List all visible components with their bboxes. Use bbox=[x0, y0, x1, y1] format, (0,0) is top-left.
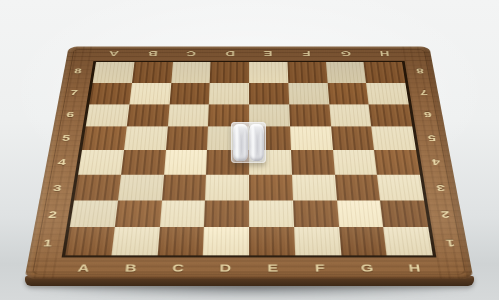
square-c4[interactable] bbox=[164, 150, 208, 175]
square-g7[interactable] bbox=[327, 83, 369, 104]
rank-label: 3 bbox=[52, 183, 62, 193]
rank-label: 7 bbox=[70, 88, 79, 96]
square-b2[interactable] bbox=[115, 200, 162, 227]
file-label: C bbox=[186, 50, 196, 58]
square-h4[interactable] bbox=[374, 150, 420, 175]
rank-label: 1 bbox=[445, 237, 456, 248]
square-c1[interactable] bbox=[157, 227, 204, 255]
square-a3[interactable] bbox=[74, 175, 121, 201]
square-d2[interactable] bbox=[204, 200, 249, 227]
square-h7[interactable] bbox=[366, 83, 408, 104]
object-left-lobe bbox=[233, 124, 248, 160]
file-label: E bbox=[264, 50, 273, 58]
square-f6[interactable] bbox=[289, 104, 331, 126]
file-labels-bottom: ABCDEFGH bbox=[24, 257, 473, 278]
square-d8[interactable] bbox=[210, 62, 249, 83]
square-d3[interactable] bbox=[205, 175, 249, 201]
rank-label: 6 bbox=[66, 110, 75, 119]
square-a2[interactable] bbox=[70, 200, 118, 227]
square-g4[interactable] bbox=[333, 150, 378, 175]
square-d1[interactable] bbox=[203, 227, 249, 255]
square-c3[interactable] bbox=[162, 175, 207, 201]
square-g5[interactable] bbox=[331, 127, 375, 150]
rank-label: 4 bbox=[57, 158, 67, 167]
square-a1[interactable] bbox=[65, 227, 114, 255]
square-b4[interactable] bbox=[121, 150, 166, 175]
file-label: D bbox=[225, 50, 235, 58]
translucent-object[interactable] bbox=[231, 122, 266, 163]
square-f2[interactable] bbox=[293, 200, 339, 227]
square-d7[interactable] bbox=[209, 83, 249, 104]
file-label: H bbox=[408, 262, 421, 273]
square-a8[interactable] bbox=[93, 62, 135, 83]
square-e2[interactable] bbox=[249, 200, 294, 227]
square-f3[interactable] bbox=[292, 175, 337, 201]
rank-label: 8 bbox=[73, 67, 82, 75]
square-h8[interactable] bbox=[364, 62, 406, 83]
square-c7[interactable] bbox=[169, 83, 210, 104]
square-b1[interactable] bbox=[111, 227, 159, 255]
square-e7[interactable] bbox=[249, 83, 289, 104]
rank-label: 1 bbox=[42, 237, 53, 248]
square-b6[interactable] bbox=[127, 104, 170, 126]
square-f8[interactable] bbox=[287, 62, 327, 83]
file-label: A bbox=[77, 262, 90, 273]
square-h5[interactable] bbox=[371, 127, 416, 150]
square-a7[interactable] bbox=[89, 83, 131, 104]
square-c2[interactable] bbox=[159, 200, 205, 227]
square-f5[interactable] bbox=[290, 127, 333, 150]
square-f1[interactable] bbox=[294, 227, 341, 255]
square-c6[interactable] bbox=[167, 104, 209, 126]
square-h1[interactable] bbox=[383, 227, 432, 255]
square-g2[interactable] bbox=[336, 200, 383, 227]
rank-label: 6 bbox=[423, 110, 432, 119]
file-label: F bbox=[303, 50, 312, 58]
square-h3[interactable] bbox=[377, 175, 424, 201]
rank-label: 2 bbox=[47, 210, 57, 220]
square-a6[interactable] bbox=[86, 104, 129, 126]
file-label: G bbox=[340, 50, 351, 58]
rank-label: 8 bbox=[416, 67, 425, 75]
file-label: F bbox=[315, 262, 326, 273]
square-f4[interactable] bbox=[291, 150, 335, 175]
file-label: B bbox=[124, 262, 137, 273]
square-b5[interactable] bbox=[124, 127, 168, 150]
photo-backdrop: 87654321 87654321 ABCDEFGH ABCDEFGH bbox=[0, 0, 499, 300]
square-g3[interactable] bbox=[334, 175, 380, 201]
square-f7[interactable] bbox=[288, 83, 329, 104]
square-e1[interactable] bbox=[249, 227, 295, 255]
rank-label: 5 bbox=[61, 133, 71, 142]
square-g1[interactable] bbox=[339, 227, 387, 255]
square-a4[interactable] bbox=[78, 150, 124, 175]
square-e8[interactable] bbox=[249, 62, 288, 83]
file-label: C bbox=[172, 262, 184, 273]
rank-label: 4 bbox=[431, 158, 441, 167]
file-labels-top: ABCDEFGH bbox=[66, 47, 432, 61]
square-c8[interactable] bbox=[171, 62, 211, 83]
square-h6[interactable] bbox=[369, 104, 412, 126]
object-right-lobe bbox=[249, 124, 264, 160]
rank-label: 2 bbox=[440, 210, 450, 220]
square-a5[interactable] bbox=[82, 127, 127, 150]
square-b7[interactable] bbox=[129, 83, 171, 104]
file-label: E bbox=[267, 262, 278, 273]
rank-label: 3 bbox=[436, 183, 446, 193]
file-label: H bbox=[379, 50, 390, 58]
square-g6[interactable] bbox=[329, 104, 372, 126]
file-label: A bbox=[109, 50, 120, 58]
file-label: D bbox=[219, 262, 231, 273]
square-e3[interactable] bbox=[249, 175, 293, 201]
square-c5[interactable] bbox=[166, 127, 209, 150]
rank-label: 5 bbox=[427, 133, 437, 142]
rank-label: 7 bbox=[419, 88, 428, 96]
square-b3[interactable] bbox=[118, 175, 164, 201]
square-b8[interactable] bbox=[132, 62, 173, 83]
file-label: G bbox=[360, 262, 374, 273]
square-h2[interactable] bbox=[380, 200, 428, 227]
file-label: B bbox=[147, 50, 157, 58]
square-g8[interactable] bbox=[326, 62, 367, 83]
